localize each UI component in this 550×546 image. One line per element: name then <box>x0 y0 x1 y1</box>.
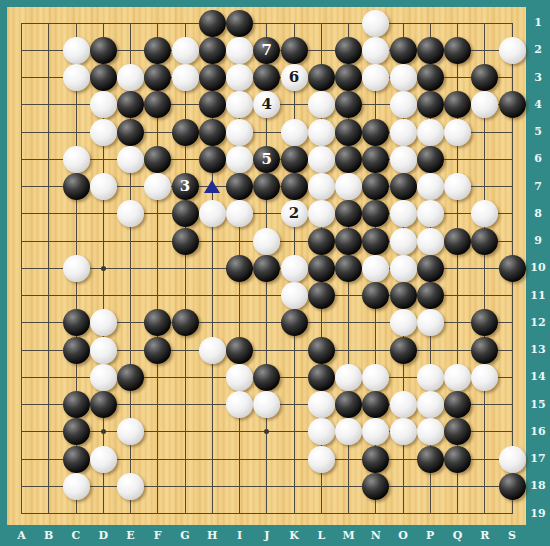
go-stone-F13[interactable] <box>144 337 171 364</box>
go-stone-L16[interactable] <box>308 418 335 445</box>
go-stone-R14[interactable] <box>471 364 498 391</box>
column-label-N: N <box>366 529 386 543</box>
go-stone-C3[interactable] <box>63 64 90 91</box>
go-app-window: 764532 ABCDEFGHIJKLMNOPQRS12345678910111… <box>0 0 550 546</box>
go-stone-L8[interactable] <box>308 200 335 227</box>
grid-line-horizontal <box>21 486 513 487</box>
row-label-2: 2 <box>527 43 549 57</box>
go-stone-D14[interactable] <box>90 364 117 391</box>
go-stone-I15[interactable] <box>226 391 253 418</box>
go-stone-D15[interactable] <box>90 391 117 418</box>
go-stone-Q15[interactable] <box>444 391 471 418</box>
go-stone-N6[interactable] <box>362 146 389 173</box>
go-stone-Q14[interactable] <box>444 364 471 391</box>
go-stone-J9[interactable] <box>253 228 280 255</box>
go-stone-K11[interactable] <box>281 282 308 309</box>
go-stone-I5[interactable] <box>226 119 253 146</box>
go-stone-O10[interactable] <box>390 255 417 282</box>
go-stone-J2[interactable]: 7 <box>253 37 280 64</box>
go-stone-H2[interactable] <box>199 37 226 64</box>
go-stone-D12[interactable] <box>90 309 117 336</box>
go-stone-C16[interactable] <box>63 418 90 445</box>
go-stone-G12[interactable] <box>172 309 199 336</box>
go-stone-F6[interactable] <box>144 146 171 173</box>
go-stone-N10[interactable] <box>362 255 389 282</box>
go-stone-O8[interactable] <box>390 200 417 227</box>
go-stone-D17[interactable] <box>90 446 117 473</box>
column-label-B: B <box>39 529 59 543</box>
go-stone-P15[interactable] <box>417 391 444 418</box>
go-stone-Q17[interactable] <box>444 446 471 473</box>
row-label-5: 5 <box>527 125 549 139</box>
go-stone-L9[interactable] <box>308 228 335 255</box>
go-stone-H1[interactable] <box>199 10 226 37</box>
go-stone-C2[interactable] <box>63 37 90 64</box>
row-label-16: 16 <box>527 425 549 439</box>
go-stone-I13[interactable] <box>226 337 253 364</box>
go-stone-R9[interactable] <box>471 228 498 255</box>
triangle-marker[interactable] <box>204 180 220 193</box>
go-stone-N1[interactable] <box>362 10 389 37</box>
go-stone-C15[interactable] <box>63 391 90 418</box>
go-stone-C17[interactable] <box>63 446 90 473</box>
go-stone-D3[interactable] <box>90 64 117 91</box>
go-stone-E6[interactable] <box>117 146 144 173</box>
go-stone-L13[interactable] <box>308 337 335 364</box>
go-stone-J14[interactable] <box>253 364 280 391</box>
row-label-6: 6 <box>527 152 549 166</box>
go-stone-O12[interactable] <box>390 309 417 336</box>
go-stone-E3[interactable] <box>117 64 144 91</box>
go-stone-O5[interactable] <box>390 119 417 146</box>
column-label-F: F <box>148 529 168 543</box>
row-label-1: 1 <box>527 16 549 30</box>
go-stone-D5[interactable] <box>90 119 117 146</box>
go-stone-M14[interactable] <box>335 364 362 391</box>
go-stone-O9[interactable] <box>390 228 417 255</box>
go-stone-S4[interactable] <box>499 91 526 118</box>
go-stone-D2[interactable] <box>90 37 117 64</box>
star-point <box>101 266 106 271</box>
go-stone-K8[interactable]: 2 <box>281 200 308 227</box>
go-stone-N9[interactable] <box>362 228 389 255</box>
go-stone-H6[interactable] <box>199 146 226 173</box>
row-label-18: 18 <box>527 479 549 493</box>
go-stone-D13[interactable] <box>90 337 117 364</box>
go-stone-L14[interactable] <box>308 364 335 391</box>
go-stone-G7[interactable]: 3 <box>172 173 199 200</box>
column-label-A: A <box>12 529 32 543</box>
go-stone-K2[interactable] <box>281 37 308 64</box>
go-stone-P16[interactable] <box>417 418 444 445</box>
go-stone-K5[interactable] <box>281 119 308 146</box>
grid-line-horizontal <box>21 513 513 514</box>
go-stone-M7[interactable] <box>335 173 362 200</box>
go-stone-K3[interactable]: 6 <box>281 64 308 91</box>
go-stone-M6[interactable] <box>335 146 362 173</box>
column-label-S: S <box>502 529 522 543</box>
go-stone-C6[interactable] <box>63 146 90 173</box>
go-stone-O4[interactable] <box>390 91 417 118</box>
go-stone-Q9[interactable] <box>444 228 471 255</box>
go-stone-C18[interactable] <box>63 473 90 500</box>
go-stone-M5[interactable] <box>335 119 362 146</box>
go-stone-G3[interactable] <box>172 64 199 91</box>
go-stone-D4[interactable] <box>90 91 117 118</box>
go-stone-P17[interactable] <box>417 446 444 473</box>
row-label-17: 17 <box>527 452 549 466</box>
go-stone-I6[interactable] <box>226 146 253 173</box>
row-label-12: 12 <box>527 316 549 330</box>
go-stone-I2[interactable] <box>226 37 253 64</box>
go-stone-D7[interactable] <box>90 173 117 200</box>
go-stone-O2[interactable] <box>390 37 417 64</box>
column-label-D: D <box>93 529 113 543</box>
go-stone-I10[interactable] <box>226 255 253 282</box>
go-stone-L5[interactable] <box>308 119 335 146</box>
go-stone-O16[interactable] <box>390 418 417 445</box>
column-label-R: R <box>475 529 495 543</box>
go-stone-P4[interactable] <box>417 91 444 118</box>
go-stone-L17[interactable] <box>308 446 335 473</box>
go-stone-O11[interactable] <box>390 282 417 309</box>
go-stone-G2[interactable] <box>172 37 199 64</box>
row-label-10: 10 <box>527 261 549 275</box>
column-label-C: C <box>66 529 86 543</box>
go-stone-C13[interactable] <box>63 337 90 364</box>
go-stone-P8[interactable] <box>417 200 444 227</box>
go-stone-M10[interactable] <box>335 255 362 282</box>
go-stone-H8[interactable] <box>199 200 226 227</box>
go-stone-N5[interactable] <box>362 119 389 146</box>
row-label-4: 4 <box>527 98 549 112</box>
column-label-M: M <box>339 529 359 543</box>
go-stone-M9[interactable] <box>335 228 362 255</box>
go-stone-S17[interactable] <box>499 446 526 473</box>
row-label-15: 15 <box>527 398 549 412</box>
go-stone-N18[interactable] <box>362 473 389 500</box>
go-stone-H4[interactable] <box>199 91 226 118</box>
go-stone-G9[interactable] <box>172 228 199 255</box>
go-stone-H3[interactable] <box>199 64 226 91</box>
go-stone-J10[interactable] <box>253 255 280 282</box>
go-stone-M3[interactable] <box>335 64 362 91</box>
go-stone-O3[interactable] <box>390 64 417 91</box>
go-stone-P11[interactable] <box>417 282 444 309</box>
go-stone-Q2[interactable] <box>444 37 471 64</box>
go-stone-N17[interactable] <box>362 446 389 473</box>
row-label-13: 13 <box>527 343 549 357</box>
go-stone-K10[interactable] <box>281 255 308 282</box>
row-label-14: 14 <box>527 370 549 384</box>
go-stone-P7[interactable] <box>417 173 444 200</box>
go-stone-G5[interactable] <box>172 119 199 146</box>
go-stone-P14[interactable] <box>417 364 444 391</box>
go-stone-O6[interactable] <box>390 146 417 173</box>
go-stone-Q7[interactable] <box>444 173 471 200</box>
go-stone-L11[interactable] <box>308 282 335 309</box>
column-label-O: O <box>393 529 413 543</box>
go-stone-I3[interactable] <box>226 64 253 91</box>
go-stone-E14[interactable] <box>117 364 144 391</box>
go-stone-C7[interactable] <box>63 173 90 200</box>
column-label-Q: Q <box>448 529 468 543</box>
column-label-K: K <box>284 529 304 543</box>
column-label-L: L <box>311 529 331 543</box>
go-stone-M2[interactable] <box>335 37 362 64</box>
go-stone-N2[interactable] <box>362 37 389 64</box>
go-stone-G8[interactable] <box>172 200 199 227</box>
column-label-H: H <box>202 529 222 543</box>
go-stone-P10[interactable] <box>417 255 444 282</box>
go-stone-J6[interactable]: 5 <box>253 146 280 173</box>
go-stone-L7[interactable] <box>308 173 335 200</box>
go-stone-F2[interactable] <box>144 37 171 64</box>
go-stone-P12[interactable] <box>417 309 444 336</box>
row-label-11: 11 <box>527 289 549 303</box>
go-stone-I14[interactable] <box>226 364 253 391</box>
go-stone-E5[interactable] <box>117 119 144 146</box>
row-label-19: 19 <box>527 507 549 521</box>
go-stone-H5[interactable] <box>199 119 226 146</box>
column-label-G: G <box>175 529 195 543</box>
go-stone-N14[interactable] <box>362 364 389 391</box>
go-stone-I7[interactable] <box>226 173 253 200</box>
go-stone-E18[interactable] <box>117 473 144 500</box>
go-stone-S2[interactable] <box>499 37 526 64</box>
go-stone-K12[interactable] <box>281 309 308 336</box>
go-stone-I1[interactable] <box>226 10 253 37</box>
go-stone-P3[interactable] <box>417 64 444 91</box>
go-stone-R13[interactable] <box>471 337 498 364</box>
star-point <box>101 429 106 434</box>
go-stone-M15[interactable] <box>335 391 362 418</box>
column-label-E: E <box>121 529 141 543</box>
go-stone-S10[interactable] <box>499 255 526 282</box>
go-stone-H13[interactable] <box>199 337 226 364</box>
column-label-J: J <box>257 529 277 543</box>
go-stone-L15[interactable] <box>308 391 335 418</box>
go-stone-P9[interactable] <box>417 228 444 255</box>
go-stone-C12[interactable] <box>63 309 90 336</box>
go-stone-O7[interactable] <box>390 173 417 200</box>
row-label-8: 8 <box>527 207 549 221</box>
go-stone-S18[interactable] <box>499 473 526 500</box>
row-label-9: 9 <box>527 234 549 248</box>
go-stone-O13[interactable] <box>390 337 417 364</box>
go-stone-C10[interactable] <box>63 255 90 282</box>
go-stone-K6[interactable] <box>281 146 308 173</box>
go-stone-L4[interactable] <box>308 91 335 118</box>
go-stone-P2[interactable] <box>417 37 444 64</box>
go-stone-Q5[interactable] <box>444 119 471 146</box>
go-stone-L3[interactable] <box>308 64 335 91</box>
row-label-7: 7 <box>527 180 549 194</box>
go-stone-L10[interactable] <box>308 255 335 282</box>
column-label-I: I <box>230 529 250 543</box>
go-stone-L6[interactable] <box>308 146 335 173</box>
go-stone-K7[interactable] <box>281 173 308 200</box>
column-label-P: P <box>420 529 440 543</box>
go-stone-P5[interactable] <box>417 119 444 146</box>
go-stone-O15[interactable] <box>390 391 417 418</box>
row-label-3: 3 <box>527 71 549 85</box>
go-stone-P6[interactable] <box>417 146 444 173</box>
